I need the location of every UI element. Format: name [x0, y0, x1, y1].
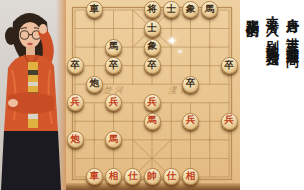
xiangqi-piece-red-0-7[interactable]: 炮 [67, 131, 84, 148]
xiangqi-piece-red-2-9[interactable]: 相 [105, 168, 122, 185]
xiangqi-piece-black-8-3[interactable]: 卒 [221, 57, 238, 74]
xiangqi-board[interactable]: 楚河 漢界 車将士象馬士馬象卒卒卒卒炮卒兵兵兵馬兵兵炮馬車相仕帥仕相 ✦ ✦ [66, 0, 240, 190]
xiangqi-piece-red-0-5[interactable]: 兵 [67, 94, 84, 111]
xiangqi-piece-black-0-3[interactable]: 卒 [67, 57, 84, 74]
xiangqi-piece-black-6-4[interactable]: 卒 [182, 76, 199, 93]
xiangqi-piece-red-4-9[interactable]: 帥 [144, 168, 161, 185]
xiangqi-piece-red-6-6[interactable]: 兵 [182, 113, 199, 130]
streamer-photo [0, 0, 66, 190]
xiangqi-piece-black-7-0[interactable]: 馬 [201, 1, 218, 18]
xiangqi-piece-red-2-5[interactable]: 兵 [105, 94, 122, 111]
xiangqi-piece-black-4-0[interactable]: 将 [144, 1, 161, 18]
xiangqi-piece-red-6-9[interactable]: 相 [182, 168, 199, 185]
xiangqi-piece-black-4-3[interactable]: 卒 [144, 57, 161, 74]
caption-panel: 唐丹：进王天一的直播间 要潜入，别让他以为我是 来踢馆的 [240, 0, 304, 190]
streamer-photo-illustration [0, 0, 66, 190]
xiangqi-piece-red-1-9[interactable]: 車 [86, 168, 103, 185]
xiangqi-piece-black-2-3[interactable]: 卒 [105, 57, 122, 74]
sparkle-effect: ✦ [167, 34, 177, 48]
xiangqi-piece-red-3-9[interactable]: 仕 [124, 168, 141, 185]
xiangqi-piece-red-5-9[interactable]: 仕 [163, 168, 180, 185]
hand [39, 24, 47, 34]
xiangqi-piece-black-1-4[interactable]: 炮 [86, 76, 103, 93]
piece-grid: 車将士象馬士馬象卒卒卒卒炮卒兵兵兵馬兵兵炮馬車相仕帥仕相 [65, 1, 238, 186]
sparkle-effect-small: ✦ [177, 48, 183, 56]
xiangqi-piece-black-2-2[interactable]: 馬 [105, 39, 122, 56]
caption-column-3: 来踢馆的 [242, 8, 262, 186]
xiangqi-piece-black-4-1[interactable]: 士 [144, 20, 161, 37]
screenshot-root: 楚河 漢界 車将士象馬士馬象卒卒卒卒炮卒兵兵兵馬兵兵炮馬車相仕帥仕相 ✦ ✦ 唐… [0, 0, 304, 190]
caption-text: 唐丹：进王天一的直播间 要潜入，别让他以为我是 来踢馆的 [242, 8, 302, 186]
skirt [1, 131, 61, 190]
caption-column-1: 唐丹：进王天一的直播间 [282, 8, 302, 186]
lips [27, 43, 33, 46]
xiangqi-piece-red-2-7[interactable]: 馬 [105, 131, 122, 148]
xiangqi-piece-red-8-6[interactable]: 兵 [221, 113, 238, 130]
caption-column-2: 要潜入，别让他以为我是 [262, 8, 282, 186]
xiangqi-piece-black-4-2[interactable]: 象 [144, 39, 161, 56]
xiangqi-piece-black-6-0[interactable]: 象 [182, 1, 199, 18]
xiangqi-piece-red-4-6[interactable]: 馬 [144, 113, 161, 130]
xiangqi-piece-black-1-0[interactable]: 車 [86, 1, 103, 18]
xiangqi-piece-black-5-0[interactable]: 士 [163, 1, 180, 18]
xiangqi-piece-red-4-5[interactable]: 兵 [144, 94, 161, 111]
